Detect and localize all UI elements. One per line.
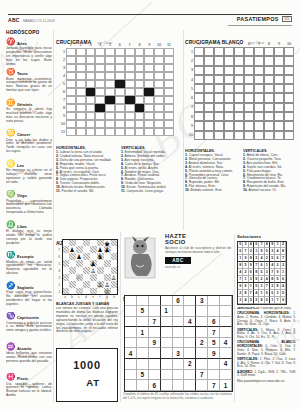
puzzle-cell [194, 66, 204, 75]
sign-name: Géminis [17, 102, 32, 107]
row-label: 8 [187, 112, 194, 121]
chess-square [97, 267, 104, 274]
puzzle-cell [135, 88, 145, 96]
sudoku-cell [184, 327, 196, 338]
puzzle-cell [204, 75, 214, 84]
puzzle-cell [244, 56, 254, 65]
puzzle-cell [135, 112, 145, 120]
row-label: 11 [58, 128, 66, 136]
sudoku-cell [149, 348, 161, 359]
puzzle-cell [66, 88, 76, 96]
sudoku-cell [173, 338, 185, 349]
puzzle-cell [154, 88, 164, 96]
sudoku-cell [184, 380, 196, 391]
chess-square [111, 267, 118, 274]
chess-square [104, 267, 111, 274]
puzzle-cell [86, 56, 96, 64]
crossword-clues-v: VERTICALES. 1. Extremidad. Vocal repetid… [121, 146, 180, 230]
sudoku-given: 4 [184, 317, 196, 328]
puzzle-cell [214, 112, 224, 121]
sudoku-cell [196, 327, 208, 338]
zodiac-icon: ♋ [6, 129, 15, 137]
puzzle-cell [234, 121, 244, 130]
puzzle-cell [274, 56, 284, 65]
advertisement: HAZTE SOCIO Apúntese al club de suscript… [123, 232, 232, 284]
puzzle-cell [95, 80, 105, 88]
sudoku-cell [208, 370, 220, 381]
zodiac-icon: ♒ [6, 343, 15, 351]
sudoku-cell [125, 359, 137, 370]
sudoku-cell [149, 370, 161, 381]
puzzle-cell [164, 112, 174, 120]
chess-square [62, 274, 69, 281]
puzzle-cell [164, 72, 174, 80]
solution-sudoku-grid: 5346789126721953481983425678597614234268… [237, 241, 287, 305]
chess-piece: ♟ [69, 246, 76, 253]
sudoku-cell [161, 370, 173, 381]
puzzle-cell [144, 72, 154, 80]
puzzle-cell [254, 131, 264, 140]
puzzle-cell [95, 88, 105, 96]
solution-entry: VERTICALES: 1. Pino. 2. Osa. 3. Loro. 4.… [237, 358, 296, 369]
chess-square [90, 239, 97, 246]
puzzle-cell [144, 64, 154, 72]
sudoku-given: 5 [137, 370, 149, 381]
sudoku-cell [220, 306, 232, 317]
sudoku-cell [125, 317, 137, 328]
puzzle-cell [66, 104, 76, 112]
file-label: h [111, 295, 118, 300]
col-label: 4 [95, 41, 105, 48]
sudoku-cell [173, 327, 185, 338]
puzzle-cell [234, 84, 244, 93]
chess-square [69, 253, 76, 260]
puzzle-cell [194, 75, 204, 84]
puzzle-cell [194, 121, 204, 130]
chess-piece: ♞ [97, 253, 104, 260]
puzzle-cell [135, 128, 145, 136]
puzzle-cell [284, 56, 294, 65]
puzzle-cell [66, 64, 76, 72]
col-label: 1 [66, 41, 76, 48]
sudoku-cell [184, 338, 196, 349]
sudoku-cell [208, 296, 220, 307]
puzzle-cell [234, 131, 244, 140]
sudoku-given: 7 [196, 370, 208, 381]
puzzle-cell [274, 131, 284, 140]
sign-text: Jornada favorable para iniciar proyectos… [6, 47, 52, 67]
chess-square [83, 281, 90, 288]
file-label: e [90, 295, 97, 300]
puzzle-cell [214, 84, 224, 93]
sudoku-cell [125, 296, 137, 307]
puzzle-cell [115, 48, 125, 56]
jeroglifico-bottom: AT [69, 377, 117, 388]
puzzle-cell [224, 75, 234, 84]
puzzle-cell [125, 88, 135, 96]
chess-square [69, 260, 76, 267]
chess-square [76, 288, 83, 295]
black-cell [86, 88, 96, 96]
row-label: 10 [187, 131, 194, 140]
puzzle-cell [125, 112, 135, 120]
puzzle-cell [86, 96, 96, 104]
chess-square [69, 267, 76, 274]
horoscope-sign: ♊Géminis(21-5 al 21-6)Su simpatía le abr… [6, 98, 52, 128]
file-label: f [97, 295, 104, 300]
puzzle-cell [95, 112, 105, 120]
black-cell [105, 96, 115, 104]
sudoku-cell [173, 306, 185, 317]
puzzle-cell [154, 48, 164, 56]
puzzle-cell [95, 64, 105, 72]
sign-name: Aries [17, 41, 27, 46]
grid-corner [58, 41, 66, 48]
chess-square [62, 288, 69, 295]
puzzle-cell [115, 88, 125, 96]
sign-text: Día sensible: rodéese de quienes le apor… [6, 383, 52, 399]
puzzle-cell [66, 80, 76, 88]
sign-text: No imponga su criterio en el trabajo; es… [6, 169, 52, 185]
row-label: 5 [58, 80, 66, 88]
chess-square [111, 239, 118, 246]
sudoku-given: 1 [281, 269, 286, 276]
puzzle-cell [224, 93, 234, 102]
row-label: 4 [187, 75, 194, 84]
puzzle-cell [125, 104, 135, 112]
page-title: PASATIEMPOS [237, 16, 279, 22]
col-label: 10 [154, 41, 164, 48]
puzzle-cell [154, 56, 164, 64]
puzzle-cell [194, 112, 204, 121]
black-cell [135, 104, 145, 112]
clue: 10. Bebida caliente. Erre. [185, 189, 239, 193]
puzzle-cell [105, 48, 115, 56]
puzzle-cell [254, 66, 264, 75]
row-label: 3 [58, 64, 66, 72]
puzzle-cell [244, 47, 254, 56]
puzzle-cell [264, 47, 274, 56]
horoscope-sign: ♎Libra(24-9 al 23-10)El diálogo será su … [6, 220, 52, 250]
puzzle-cell [95, 48, 105, 56]
puzzle-cell [214, 75, 224, 84]
puzzle-cell [86, 64, 96, 72]
puzzle-cell [66, 96, 76, 104]
file-label: d [83, 295, 90, 300]
puzzle-cell [66, 56, 76, 64]
sudoku-given: 5 [281, 290, 286, 297]
black-cell [144, 88, 154, 96]
puzzle-cell [244, 131, 254, 140]
puzzle-cell [254, 56, 264, 65]
sign-text: Ideas brillantes que conviene anotar. Re… [6, 352, 52, 364]
solutions-title: Soluciones [237, 234, 296, 239]
puzzle-cell [115, 72, 125, 80]
puzzle-cell [95, 120, 105, 128]
sudoku-cell [149, 327, 161, 338]
sudoku-cell [149, 296, 161, 307]
sudoku-cell [220, 370, 232, 381]
row-label: 9 [58, 112, 66, 120]
sudoku-given: 3 [196, 296, 208, 307]
sudoku-cell [196, 317, 208, 328]
puzzle-cell [154, 112, 164, 120]
puzzle-cell [115, 112, 125, 120]
puzzle-cell [224, 131, 234, 140]
chess-square [90, 288, 97, 295]
row-label: 5 [187, 84, 194, 93]
puzzle-cell [264, 131, 274, 140]
puzzle-cell [204, 131, 214, 140]
puzzle-cell [135, 72, 145, 80]
chess-piece: ♙ [111, 274, 118, 281]
puzzle-cell [254, 93, 264, 102]
puzzle-cell [214, 47, 224, 56]
sudoku-cell [125, 380, 137, 391]
ad-illustration-icon [123, 232, 161, 282]
sudoku-cell [184, 306, 196, 317]
sudoku-cell [173, 380, 185, 391]
sudoku-given: 3 [281, 262, 286, 269]
chess-piece: ♟ [97, 246, 104, 253]
ad-headline-2: SOCIO [165, 239, 231, 245]
puzzle-cell [76, 56, 86, 64]
puzzle-cell [274, 66, 284, 75]
puzzle-cell [194, 56, 204, 65]
solution-entry: CRUCIGRAMA BLANCO. HORIZONTALES: 1. Oslo… [237, 341, 296, 356]
row-label: 7 [187, 103, 194, 112]
puzzle-cell [234, 103, 244, 112]
sudoku-grid: 63517461792544392457671 [124, 295, 233, 392]
puzzle-cell [115, 56, 125, 64]
col-label: 5 [105, 41, 115, 48]
sudoku-given: 7 [208, 380, 220, 391]
chess-square [83, 239, 90, 246]
puzzle-cell [264, 56, 274, 65]
sign-name: Leo [17, 163, 24, 168]
puzzle-cell [164, 104, 174, 112]
puzzle-cell [204, 121, 214, 130]
puzzle-cell [125, 64, 135, 72]
horoscope-sign: ♓Piscis(20-2 al 20-3)Día sensible: rodée… [6, 373, 52, 403]
puzzle-cell [154, 104, 164, 112]
horoscope-sign: ♏Escorpio(24-10 al 22-11)Modere el ritmo… [6, 251, 52, 281]
puzzle-cell [224, 112, 234, 121]
puzzle-cell [204, 112, 214, 121]
puzzle-cell [125, 72, 135, 80]
sign-text: Buen momento económico, aunque conviene … [6, 78, 52, 94]
puzzle-cell [254, 47, 264, 56]
puzzle-cell [76, 128, 86, 136]
puzzle-cell [86, 120, 96, 128]
sudoku-cell [125, 327, 137, 338]
puzzle-cell [66, 120, 76, 128]
ad-body: Apúntese al club de suscriptores y disfr… [165, 247, 231, 254]
puzzle-cell [234, 66, 244, 75]
zodiac-icon: ♐ [6, 282, 15, 290]
col-label: 7 [125, 41, 135, 48]
puzzle-cell [86, 80, 96, 88]
zodiac-icon: ♉ [6, 68, 15, 76]
chess-text: Del torneo de Linares. Con una precisa m… [56, 307, 118, 338]
puzzle-cell [105, 88, 115, 96]
sudoku-given: 7 [149, 317, 161, 328]
puzzle-cell [76, 80, 86, 88]
chess-square [111, 288, 118, 295]
chess-square [69, 274, 76, 281]
puzzle-cell [244, 66, 254, 75]
puzzle-cell [164, 128, 174, 136]
zodiac-icon: ♏ [6, 251, 15, 259]
solution-entry: JEROGLÍFICO: Parecido (par-E-cido). [237, 307, 296, 311]
puzzle-cell [284, 103, 294, 112]
puzzle-cell [234, 112, 244, 121]
puzzle-cell [214, 66, 224, 75]
puzzle-cell [115, 96, 125, 104]
puzzle-cell [154, 80, 164, 88]
sudoku-cell [196, 348, 208, 359]
chess-square [76, 267, 83, 274]
puzzle-cell [244, 121, 254, 130]
clue: 11. Conjunción. Letra griega. [121, 190, 180, 194]
puzzle-cell [144, 48, 154, 56]
puzzle-cell [204, 93, 214, 102]
puzzle-cell [274, 103, 284, 112]
horoscope-sign: ♌Leo(23-7 al 23-8)No imponga su criterio… [6, 159, 52, 189]
horoscope-sign: ♑Capricornio(22-12 al 20-1)Constancia y … [6, 312, 52, 342]
sudoku-given: 7 [281, 255, 286, 262]
puzzle-cell [214, 121, 224, 130]
puzzle-cell [284, 112, 294, 121]
chess-square [76, 246, 83, 253]
puzzle-cell [86, 72, 96, 80]
col-label: 9 [144, 41, 154, 48]
sudoku-cell [161, 359, 173, 370]
puzzle-cell [105, 72, 115, 80]
puzzle-cell [125, 80, 135, 88]
puzzle-cell [244, 93, 254, 102]
zodiac-icon: ♍ [6, 190, 15, 198]
puzzle-cell [105, 64, 115, 72]
sudoku-cell [137, 338, 149, 349]
solution-entry: Más pasatiempos en www.abc.es [237, 380, 296, 384]
sudoku-given: 6 [149, 380, 161, 391]
chess-square [69, 288, 76, 295]
puzzle-cell [154, 128, 164, 136]
puzzle-cell [224, 66, 234, 75]
puzzle-cell [244, 112, 254, 121]
chess-square [97, 239, 104, 246]
chess-square [97, 274, 104, 281]
puzzle-cell [194, 103, 204, 112]
puzzle-cell [204, 47, 214, 56]
sudoku-given: 6 [281, 276, 286, 283]
chess-piece: ♚ [104, 239, 111, 246]
jeroglifico-top: 1000 [57, 359, 117, 371]
puzzle-cell [105, 128, 115, 136]
chess-square [83, 267, 90, 274]
puzzle-cell [164, 88, 174, 96]
puzzle-cell [115, 104, 125, 112]
horoscope-sign: ♍Virgo(24-8 al 23-9)Pequeños contratiemp… [6, 190, 52, 220]
puzzle-cell [105, 56, 115, 64]
puzzle-cell [105, 104, 115, 112]
puzzle-cell [234, 47, 244, 56]
puzzle-cell [86, 48, 96, 56]
puzzle-cell [135, 56, 145, 64]
clue: 11. Percibe el sonido. Mil. [56, 190, 116, 194]
puzzle-cell [125, 120, 135, 128]
black-cell [95, 104, 105, 112]
edition-date: SÁBADO 15.11.2008 [23, 19, 55, 23]
puzzle-cell [125, 48, 135, 56]
chess-piece: ♟ [90, 260, 97, 267]
puzzle-cell [264, 121, 274, 130]
puzzle-cell [144, 80, 154, 88]
blanco-clues-h: HORIZONTALES. 1. Capital europea. Vocal.… [185, 149, 239, 231]
chess-piece: ♙ [97, 281, 104, 288]
sudoku-given: 3 [173, 348, 185, 359]
puzzle-cell [164, 56, 174, 64]
sudoku-given: 9 [149, 338, 161, 349]
puzzle-cell [76, 112, 86, 120]
row-label: 8 [58, 104, 66, 112]
chess-piece: ♟ [104, 246, 111, 253]
sudoku-cell [196, 380, 208, 391]
row-label: 1 [187, 47, 194, 56]
puzzle-cell [204, 56, 214, 65]
sudoku-given: 5 [137, 306, 149, 317]
puzzle-cell [274, 112, 284, 121]
sudoku-cell [173, 317, 185, 328]
puzzle-cell [144, 104, 154, 112]
puzzle-cell [76, 96, 86, 104]
puzzle-cell [274, 84, 284, 93]
puzzle-cell [214, 56, 224, 65]
puzzle-cell [194, 131, 204, 140]
col-label: 2 [76, 41, 86, 48]
puzzle-cell [214, 131, 224, 140]
puzzle-cell [194, 84, 204, 93]
chess-square [111, 260, 118, 267]
puzzle-cell [86, 104, 96, 112]
puzzle-cell [264, 75, 274, 84]
puzzle-cell [264, 66, 274, 75]
zodiac-icon: ♓ [6, 373, 15, 381]
puzzle-cell [154, 64, 164, 72]
file-label: c [76, 295, 83, 300]
puzzle-cell [274, 93, 284, 102]
sign-name: Libra [17, 224, 27, 229]
zodiac-icon: ♈ [6, 38, 15, 46]
sudoku-cell [184, 370, 196, 381]
row-label: 10 [58, 120, 66, 128]
chess-square [111, 253, 118, 260]
sudoku-cell [184, 296, 196, 307]
sudoku-cell [220, 317, 232, 328]
file-label: g [104, 295, 111, 300]
blanco-grid: 1234567891012345678910 [187, 41, 294, 140]
sudoku-cell [196, 306, 208, 317]
chess-square [69, 239, 76, 246]
chess-square [76, 260, 83, 267]
chess-square [97, 260, 104, 267]
puzzle-cell [164, 96, 174, 104]
sudoku-given: 4 [220, 359, 232, 370]
puzzle-cell [144, 128, 154, 136]
puzzle-cell [66, 72, 76, 80]
column-divider [234, 234, 235, 402]
